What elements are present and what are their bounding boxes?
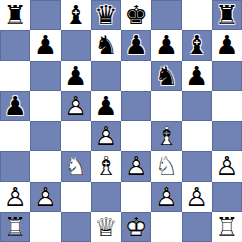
black-pawn-piece[interactable]: ♟ (212, 30, 242, 60)
square-a8[interactable]: ♜ (0, 0, 30, 30)
square-g3[interactable] (182, 151, 212, 181)
square-d7[interactable]: ♞ (91, 30, 121, 60)
white-bishop-piece[interactable]: ♝♗ (151, 121, 181, 151)
square-e7[interactable]: ♟ (121, 30, 151, 60)
black-rook-piece[interactable]: ♜ (0, 0, 30, 30)
white-pawn-piece[interactable]: ♟♙ (182, 182, 212, 212)
square-d3[interactable]: ♝♗ (91, 151, 121, 181)
chess-board: ♜♝♛♚♜♟♞♟♟♝♟♟♞♟♟♟♙♟♟♙♝♗♞♘♝♗♟♙♞♘♟♙♟♙♟♙♟♙♟♙… (0, 0, 242, 242)
black-pawn-piece[interactable]: ♟ (30, 30, 60, 60)
square-e3[interactable]: ♟♙ (121, 151, 151, 181)
white-pawn-piece[interactable]: ♟♙ (0, 182, 30, 212)
square-b2[interactable]: ♟♙ (30, 182, 60, 212)
square-a3[interactable] (0, 151, 30, 181)
square-h6[interactable] (212, 61, 242, 91)
white-pawn-piece[interactable]: ♟♙ (151, 182, 181, 212)
square-e1[interactable]: ♚♔ (121, 212, 151, 242)
black-pawn-piece[interactable]: ♟ (121, 30, 151, 60)
white-rook-piece[interactable]: ♜♖ (0, 212, 30, 242)
square-c2[interactable] (61, 182, 91, 212)
square-g2[interactable]: ♟♙ (182, 182, 212, 212)
white-knight-piece[interactable]: ♞♘ (151, 151, 181, 181)
square-f2[interactable]: ♟♙ (151, 182, 181, 212)
square-f8[interactable] (151, 0, 181, 30)
square-e8[interactable]: ♚ (121, 0, 151, 30)
white-pawn-piece[interactable]: ♟♙ (61, 91, 91, 121)
square-c7[interactable] (61, 30, 91, 60)
chess-diagram: ♜♝♛♚♜♟♞♟♟♝♟♟♞♟♟♟♙♟♟♙♝♗♞♘♝♗♟♙♞♘♟♙♟♙♟♙♟♙♟♙… (0, 0, 242, 242)
black-pawn-piece[interactable]: ♟ (151, 30, 181, 60)
square-a4[interactable] (0, 121, 30, 151)
square-e6[interactable] (121, 61, 151, 91)
black-pawn-piece[interactable]: ♟ (182, 61, 212, 91)
square-h4[interactable] (212, 121, 242, 151)
square-g4[interactable] (182, 121, 212, 151)
square-f1[interactable] (151, 212, 181, 242)
black-pawn-piece[interactable]: ♟ (91, 91, 121, 121)
square-h2[interactable] (212, 182, 242, 212)
square-b1[interactable] (30, 212, 60, 242)
white-pawn-piece[interactable]: ♟♙ (121, 151, 151, 181)
square-h8[interactable]: ♜ (212, 0, 242, 30)
square-h3[interactable]: ♟♙ (212, 151, 242, 181)
black-pawn-piece[interactable]: ♟ (0, 91, 30, 121)
square-b4[interactable] (30, 121, 60, 151)
square-a2[interactable]: ♟♙ (0, 182, 30, 212)
square-h5[interactable] (212, 91, 242, 121)
square-g8[interactable] (182, 0, 212, 30)
black-queen-piece[interactable]: ♛ (91, 0, 121, 30)
square-c8[interactable]: ♝ (61, 0, 91, 30)
square-g5[interactable] (182, 91, 212, 121)
square-e5[interactable] (121, 91, 151, 121)
square-f5[interactable] (151, 91, 181, 121)
square-d4[interactable]: ♟♙ (91, 121, 121, 151)
square-f7[interactable]: ♟ (151, 30, 181, 60)
white-queen-piece[interactable]: ♛♕ (91, 212, 121, 242)
square-e4[interactable] (121, 121, 151, 151)
black-rook-piece[interactable]: ♜ (212, 0, 242, 30)
square-b3[interactable] (30, 151, 60, 181)
square-e2[interactable] (121, 182, 151, 212)
square-b5[interactable] (30, 91, 60, 121)
black-bishop-piece[interactable]: ♝ (61, 0, 91, 30)
square-d6[interactable] (91, 61, 121, 91)
square-h7[interactable]: ♟ (212, 30, 242, 60)
black-bishop-piece[interactable]: ♝ (182, 30, 212, 60)
square-a7[interactable] (0, 30, 30, 60)
white-pawn-piece[interactable]: ♟♙ (91, 121, 121, 151)
square-c3[interactable]: ♞♘ (61, 151, 91, 181)
square-c4[interactable] (61, 121, 91, 151)
square-a6[interactable] (0, 61, 30, 91)
square-g6[interactable]: ♟ (182, 61, 212, 91)
white-king-piece[interactable]: ♚♔ (121, 212, 151, 242)
square-f6[interactable]: ♞ (151, 61, 181, 91)
square-c1[interactable] (61, 212, 91, 242)
square-c6[interactable]: ♟ (61, 61, 91, 91)
square-d8[interactable]: ♛ (91, 0, 121, 30)
square-b7[interactable]: ♟ (30, 30, 60, 60)
white-bishop-piece[interactable]: ♝♗ (91, 151, 121, 181)
black-pawn-piece[interactable]: ♟ (61, 61, 91, 91)
square-g7[interactable]: ♝ (182, 30, 212, 60)
white-pawn-piece[interactable]: ♟♙ (212, 151, 242, 181)
square-c5[interactable]: ♟♙ (61, 91, 91, 121)
square-a1[interactable]: ♜♖ (0, 212, 30, 242)
black-king-piece[interactable]: ♚ (121, 0, 151, 30)
square-d5[interactable]: ♟ (91, 91, 121, 121)
black-knight-piece[interactable]: ♞ (91, 30, 121, 60)
white-knight-piece[interactable]: ♞♘ (61, 151, 91, 181)
square-h1[interactable]: ♜♖ (212, 212, 242, 242)
square-b6[interactable] (30, 61, 60, 91)
square-f3[interactable]: ♞♘ (151, 151, 181, 181)
square-f4[interactable]: ♝♗ (151, 121, 181, 151)
square-b8[interactable] (30, 0, 60, 30)
square-a5[interactable]: ♟ (0, 91, 30, 121)
white-pawn-piece[interactable]: ♟♙ (30, 182, 60, 212)
square-g1[interactable] (182, 212, 212, 242)
white-rook-piece[interactable]: ♜♖ (212, 212, 242, 242)
square-d1[interactable]: ♛♕ (91, 212, 121, 242)
square-d2[interactable] (91, 182, 121, 212)
black-knight-piece[interactable]: ♞ (151, 61, 181, 91)
